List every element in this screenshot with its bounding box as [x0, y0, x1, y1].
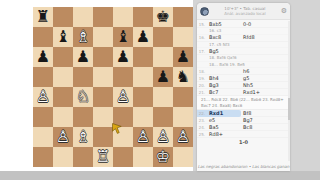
- square-h7[interactable]: [173, 27, 193, 47]
- square-d6[interactable]: [93, 47, 113, 67]
- white-pawn: ♙: [156, 127, 170, 147]
- analysis-panel: 10'+3" • Tab. casual Anál. avanzado loca…: [197, 3, 290, 171]
- black-move[interactable]: Nh5: [241, 82, 290, 89]
- move-row: 15.Bxb50-0: [197, 21, 290, 28]
- square-c5[interactable]: [73, 67, 93, 87]
- square-b4[interactable]: [53, 87, 73, 107]
- white-pawn: ♙: [36, 87, 50, 107]
- square-f5[interactable]: [133, 67, 153, 87]
- square-b2[interactable]: ♙: [53, 127, 73, 147]
- white-pawn: ♙: [56, 127, 70, 147]
- black-pawn: ♟: [36, 47, 50, 67]
- move-number: 21.: [197, 89, 207, 96]
- move-number: 22.: [197, 110, 207, 117]
- black-move[interactable]: Bg7: [241, 117, 290, 124]
- annotation-comment: 21... Rdc8 22. Bb6 (22... Bxb6 23. Rxd8+…: [197, 96, 290, 110]
- white-king: ♔: [156, 147, 170, 167]
- square-b1[interactable]: [53, 147, 73, 167]
- white-pawn: ♙: [176, 127, 190, 147]
- square-f7[interactable]: ♟: [133, 27, 153, 47]
- white-knight: ♘: [76, 87, 90, 107]
- square-h8[interactable]: [173, 7, 193, 27]
- white-rook: ♖: [96, 147, 110, 167]
- white-move[interactable]: Rd8+: [207, 131, 241, 138]
- black-move[interactable]: h6: [241, 68, 290, 75]
- square-e7[interactable]: ♝: [113, 27, 133, 47]
- black-move[interactable]: g5: [241, 75, 290, 82]
- white-move[interactable]: e5: [207, 117, 241, 124]
- square-c1[interactable]: [73, 147, 93, 167]
- move-row: 17.Bg5: [197, 48, 290, 55]
- engine-toggle-icon[interactable]: [200, 7, 209, 16]
- move-row: 25.Rd8+: [197, 131, 290, 138]
- square-h4[interactable]: [173, 87, 193, 107]
- black-move[interactable]: Bf8: [241, 110, 290, 117]
- black-rook: ♜: [36, 7, 50, 27]
- square-c8[interactable]: [73, 7, 93, 27]
- board: ♜♚♝♗♝♟♟♟♟♟♟♞♙♘♙♙♗♙♙♙♖♔: [33, 7, 193, 167]
- square-g2[interactable]: ♙: [153, 127, 173, 147]
- square-f4[interactable]: [133, 87, 153, 107]
- white-pawn: ♙: [136, 127, 150, 147]
- square-c2[interactable]: ♗: [73, 127, 93, 147]
- square-g1[interactable]: ♔: [153, 147, 173, 167]
- black-bishop: ♝: [116, 27, 130, 47]
- square-g6[interactable]: [153, 47, 173, 67]
- scrollbar-thumb[interactable]: [288, 98, 290, 120]
- square-g4[interactable]: [153, 87, 173, 107]
- black-bishop: ♝: [56, 27, 70, 47]
- scrollbar[interactable]: [288, 21, 290, 161]
- move-number: 15.: [197, 21, 207, 28]
- square-h6[interactable]: ♟: [173, 47, 193, 67]
- black-pawn: ♟: [176, 47, 190, 67]
- square-h5[interactable]: ♞: [173, 67, 193, 87]
- square-e6[interactable]: ♟: [113, 47, 133, 67]
- square-e4[interactable]: ♙: [113, 87, 133, 107]
- black-move[interactable]: Rxd1+: [241, 89, 290, 96]
- move-number: 18.: [197, 68, 207, 75]
- game-info: 10'+3" • Tab. casual Anál. avanzado loca…: [211, 6, 279, 16]
- white-move[interactable]: Bg3: [207, 82, 241, 89]
- black-move[interactable]: 0-0: [241, 21, 290, 28]
- white-bishop: ♗: [76, 27, 90, 47]
- square-d3[interactable]: [93, 107, 113, 127]
- square-f8[interactable]: [133, 7, 153, 27]
- square-h1[interactable]: [173, 147, 193, 167]
- white-move[interactable]: Ba5: [207, 124, 241, 131]
- white-pawn: ♙: [116, 87, 130, 107]
- move-row: 16.Bxc8Rfd8: [197, 35, 290, 42]
- square-c7[interactable]: ♗: [73, 27, 93, 47]
- square-e5[interactable]: [113, 67, 133, 87]
- move-number: 16.: [197, 34, 207, 41]
- move-number: 20.: [197, 82, 207, 89]
- white-move[interactable]: Bxc8: [207, 34, 241, 41]
- bottom-margin: [0, 171, 320, 180]
- black-knight: ♞: [176, 67, 190, 87]
- square-d8[interactable]: [93, 7, 113, 27]
- square-e1[interactable]: [113, 147, 133, 167]
- square-d2[interactable]: [93, 127, 113, 147]
- white-move[interactable]: Bxb5: [207, 21, 241, 28]
- black-pawn: ♟: [116, 47, 130, 67]
- white-bishop: ♗: [76, 127, 90, 147]
- square-c4[interactable]: ♘: [73, 87, 93, 107]
- move-number: 23.: [197, 117, 207, 124]
- game-status-text: Las negras abandonaron • Las blancas gan…: [197, 164, 290, 170]
- square-a6[interactable]: ♟: [33, 47, 53, 67]
- white-move[interactable]: Bh4: [207, 75, 241, 82]
- square-b5[interactable]: [53, 67, 73, 87]
- move-number: 24.: [197, 124, 207, 131]
- square-f6[interactable]: [133, 47, 153, 67]
- square-h3[interactable]: [173, 107, 193, 127]
- page: { "game": "chess", "position": { "fen": …: [0, 0, 320, 180]
- move-number: 25.: [197, 131, 207, 138]
- square-g7[interactable]: [153, 27, 173, 47]
- black-pawn: ♟: [76, 47, 90, 67]
- square-a4[interactable]: ♙: [33, 87, 53, 107]
- square-b7[interactable]: ♝: [53, 27, 73, 47]
- black-king: ♚: [156, 7, 170, 27]
- black-move[interactable]: Rfd8: [241, 34, 290, 41]
- black-pawn: ♟: [136, 27, 150, 47]
- square-h2[interactable]: ♙: [173, 127, 193, 147]
- move-number: 19.: [197, 75, 207, 82]
- square-a2[interactable]: [33, 127, 53, 147]
- white-move[interactable]: Bg5: [207, 48, 241, 55]
- square-c6[interactable]: ♟: [73, 47, 93, 67]
- square-e8[interactable]: [113, 7, 133, 27]
- square-b8[interactable]: [53, 7, 73, 27]
- white-move[interactable]: Rxd1: [207, 110, 241, 117]
- square-a5[interactable]: [33, 67, 53, 87]
- square-g3[interactable]: [153, 107, 173, 127]
- square-d7[interactable]: [93, 27, 113, 47]
- square-a7[interactable]: [33, 27, 53, 47]
- square-f1[interactable]: [133, 147, 153, 167]
- square-g5[interactable]: ♟: [153, 67, 173, 87]
- square-a3[interactable]: [33, 107, 53, 127]
- game-info-line2: Anál. avanzado local: [211, 11, 279, 16]
- square-d4[interactable]: [93, 87, 113, 107]
- square-f3[interactable]: [133, 107, 153, 127]
- white-move[interactable]: Bc7: [207, 89, 241, 96]
- square-a1[interactable]: [33, 147, 53, 167]
- square-g8[interactable]: ♚: [153, 7, 173, 27]
- square-c3[interactable]: [73, 107, 93, 127]
- black-move[interactable]: Bc8: [241, 124, 290, 131]
- black-pawn: ♟: [156, 67, 170, 87]
- square-f2[interactable]: ♙: [133, 127, 153, 147]
- settings-gear-icon[interactable]: ⚙: [281, 7, 287, 16]
- mouse-cursor: [112, 123, 123, 135]
- square-d5[interactable]: [93, 67, 113, 87]
- game-result: 1-0: [197, 138, 290, 146]
- move-row: 21.Bc7Rxd1+: [197, 89, 290, 96]
- move-list: 15.Bxb50-016. c316.Bxc8Rfd817. c5 Nf317.…: [197, 20, 290, 171]
- square-b3[interactable]: [53, 107, 73, 127]
- square-a8[interactable]: ♜: [33, 7, 53, 27]
- square-d1[interactable]: ♖: [93, 147, 113, 167]
- square-b6[interactable]: [53, 47, 73, 67]
- panel-header: 10'+3" • Tab. casual Anál. avanzado loca…: [197, 3, 290, 20]
- move-number: 17.: [197, 48, 207, 55]
